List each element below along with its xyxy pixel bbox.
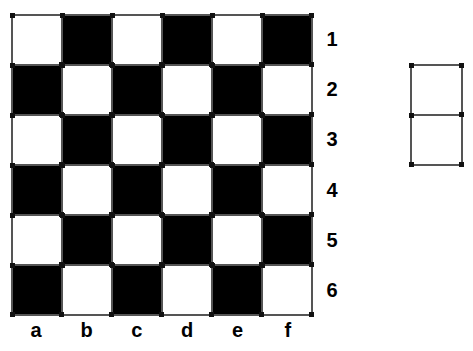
cell-b4[interactable]: [63, 166, 111, 214]
file-label-f: f: [263, 318, 313, 342]
rank-labels: 123456: [317, 14, 347, 316]
cell-f1[interactable]: [263, 16, 311, 64]
cell-d5[interactable]: [163, 216, 211, 264]
file-label-d: d: [162, 318, 212, 342]
cell-a2[interactable]: [13, 66, 61, 114]
file-labels: abcdef: [11, 318, 313, 342]
domino-cell-1[interactable]: [412, 66, 461, 114]
rank-label-5: 5: [317, 215, 347, 265]
domino-piece[interactable]: [410, 64, 463, 166]
rank-label-4: 4: [317, 165, 347, 215]
cell-c5[interactable]: [113, 216, 161, 264]
cell-a4[interactable]: [13, 166, 61, 214]
cell-d2[interactable]: [163, 66, 211, 114]
cell-e4[interactable]: [213, 166, 261, 214]
cell-b2[interactable]: [63, 66, 111, 114]
cell-b5[interactable]: [63, 216, 111, 264]
rank-label-6: 6: [317, 266, 347, 316]
cell-f3[interactable]: [263, 116, 311, 164]
cell-a5[interactable]: [13, 216, 61, 264]
cell-c2[interactable]: [113, 66, 161, 114]
cell-a6[interactable]: [13, 266, 61, 314]
puzzle-diagram: abcdef 123456: [0, 0, 473, 351]
cell-e1[interactable]: [213, 16, 261, 64]
cell-b3[interactable]: [63, 116, 111, 164]
cell-f5[interactable]: [263, 216, 311, 264]
cell-d1[interactable]: [163, 16, 211, 64]
file-label-b: b: [61, 318, 111, 342]
cell-b1[interactable]: [63, 16, 111, 64]
board-grid: [11, 14, 313, 316]
cell-f6[interactable]: [263, 266, 311, 314]
rank-label-3: 3: [317, 115, 347, 165]
cell-e2[interactable]: [213, 66, 261, 114]
file-label-c: c: [112, 318, 162, 342]
rank-label-2: 2: [317, 64, 347, 114]
cell-e6[interactable]: [213, 266, 261, 314]
cell-c3[interactable]: [113, 116, 161, 164]
cell-a3[interactable]: [13, 116, 61, 164]
cell-a1[interactable]: [13, 16, 61, 64]
cell-f4[interactable]: [263, 166, 311, 214]
cell-d6[interactable]: [163, 266, 211, 314]
cell-b6[interactable]: [63, 266, 111, 314]
cell-f2[interactable]: [263, 66, 311, 114]
rank-label-1: 1: [317, 14, 347, 64]
file-label-a: a: [11, 318, 61, 342]
cell-c1[interactable]: [113, 16, 161, 64]
cell-e5[interactable]: [213, 216, 261, 264]
cell-e3[interactable]: [213, 116, 261, 164]
cell-c6[interactable]: [113, 266, 161, 314]
domino-cell-2[interactable]: [412, 116, 461, 164]
cell-d4[interactable]: [163, 166, 211, 214]
cell-d3[interactable]: [163, 116, 211, 164]
file-label-e: e: [212, 318, 262, 342]
cell-c4[interactable]: [113, 166, 161, 214]
